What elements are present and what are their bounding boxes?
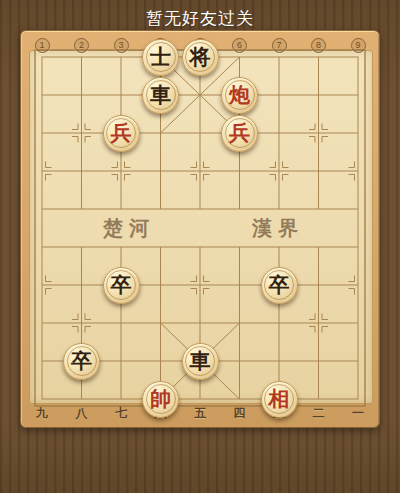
piece-character: 帥 [150, 388, 171, 409]
river-text-left: 楚河 [103, 215, 155, 242]
xiangqi-board: 123456789 九八七六五四三二一 楚河 漢界 士将車炮兵兵卒卒卒車帥相 [20, 30, 380, 428]
piece-black-soldier[interactable]: 卒 [261, 267, 298, 304]
file-number-label: 3 [114, 38, 129, 53]
piece-character: 卒 [71, 350, 92, 371]
piece-character: 兵 [111, 122, 132, 143]
file-number-label: 7 [272, 38, 287, 53]
file-number-label: 1 [35, 38, 50, 53]
piece-black-general[interactable]: 将 [182, 39, 219, 76]
file-cn-label: 二 [308, 405, 330, 422]
piece-black-advisor[interactable]: 士 [142, 39, 179, 76]
piece-character: 炮 [229, 84, 250, 105]
piece-character: 兵 [229, 122, 250, 143]
piece-character: 車 [190, 350, 211, 371]
piece-red-general[interactable]: 帥 [142, 381, 179, 418]
piece-character: 卒 [269, 274, 290, 295]
file-number-label: 9 [351, 38, 366, 53]
file-cn-label: 五 [189, 405, 211, 422]
piece-black-chariot[interactable]: 車 [142, 77, 179, 114]
file-cn-label: 七 [110, 405, 132, 422]
page-title: 暂无好友过关 [0, 7, 400, 30]
piece-character: 卒 [111, 274, 132, 295]
file-number-label: 8 [311, 38, 326, 53]
file-cn-label: 四 [229, 405, 251, 422]
piece-character: 相 [269, 388, 290, 409]
piece-black-chariot[interactable]: 車 [182, 343, 219, 380]
piece-red-soldier[interactable]: 兵 [221, 115, 258, 152]
piece-black-soldier[interactable]: 卒 [103, 267, 140, 304]
file-cn-label: 一 [347, 405, 369, 422]
piece-red-cannon[interactable]: 炮 [221, 77, 258, 114]
file-cn-label: 九 [31, 405, 53, 422]
piece-red-soldier[interactable]: 兵 [103, 115, 140, 152]
piece-character: 士 [150, 46, 171, 67]
piece-character: 将 [190, 46, 211, 67]
file-cn-label: 八 [71, 405, 93, 422]
file-number-label: 6 [232, 38, 247, 53]
piece-black-soldier[interactable]: 卒 [63, 343, 100, 380]
app-screen: 暂无好友过关 123456789 九八七六五四三二一 楚河 漢界 士将車炮兵兵卒… [0, 0, 400, 493]
river-text-right: 漢界 [252, 215, 304, 242]
piece-character: 車 [150, 84, 171, 105]
piece-red-elephant[interactable]: 相 [261, 381, 298, 418]
file-number-label: 2 [74, 38, 89, 53]
